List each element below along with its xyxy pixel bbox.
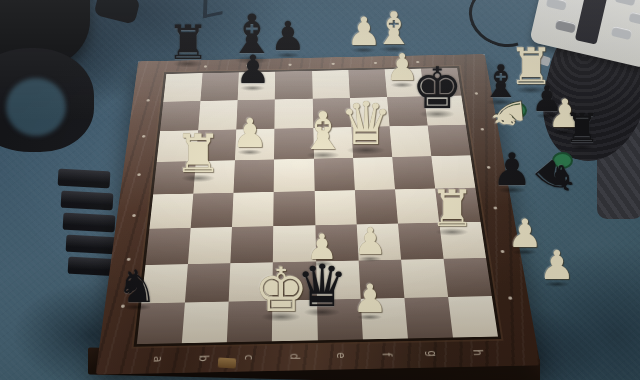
piece-black-pawn-captured: ♟ bbox=[492, 147, 532, 192]
piece-white-pawn-f8[interactable]: ♟ bbox=[347, 12, 382, 51]
piece-white-pawn-captured: ♟ bbox=[508, 214, 543, 253]
piece-black-knight-a1[interactable]: ♞ bbox=[117, 264, 157, 309]
piece-white-knight-captured: ♞ bbox=[487, 94, 530, 133]
knight-glyph: ♞ bbox=[117, 264, 157, 309]
pawn-glyph: ♟ bbox=[232, 113, 268, 153]
king-glyph: ♚ bbox=[254, 259, 309, 320]
pawn-glyph: ♟ bbox=[492, 147, 532, 192]
piece-black-rook-captured: ♜ bbox=[564, 108, 600, 148]
pawn-glyph: ♟ bbox=[353, 279, 388, 318]
piece-white-pawn-c5[interactable]: ♟ bbox=[232, 113, 268, 153]
piece-black-rook-a8[interactable]: ♜ bbox=[167, 19, 209, 66]
rook-glyph: ♜ bbox=[430, 184, 475, 234]
piece-white-bishop-e5[interactable]: ♝ bbox=[300, 105, 347, 157]
rook-glyph: ♜ bbox=[174, 127, 222, 180]
piece-white-rook-h3[interactable]: ♜ bbox=[430, 184, 475, 234]
rook-glyph: ♜ bbox=[564, 108, 600, 148]
pawn-glyph: ♟ bbox=[539, 245, 575, 285]
pieces-layer: ♜♝♟♟♝♟♟♚♟♝♛♜♜♟♟♞♚♛♟♜♝♟♟♞♜♟♞♟♟ bbox=[0, 0, 640, 380]
pawn-glyph: ♟ bbox=[353, 223, 386, 260]
pawn-glyph: ♟ bbox=[508, 214, 543, 253]
tournament-scene: abcdefgh ♜♝♟♟♝♟♟♚♟♝♛♜♜♟♟♞♚♛♟♜♝♟♟♞♜♟♞♟♟ bbox=[0, 0, 640, 380]
piece-black-knight-captured: ♞ bbox=[525, 146, 587, 209]
piece-white-pawn-f2[interactable]: ♟ bbox=[353, 223, 386, 260]
piece-white-king-d1[interactable]: ♚ bbox=[254, 259, 309, 320]
queen-glyph: ♛ bbox=[340, 94, 393, 153]
piece-white-queen-f5[interactable]: ♛ bbox=[340, 94, 393, 153]
pawn-glyph: ♟ bbox=[347, 12, 382, 51]
piece-white-pawn-captured: ♟ bbox=[539, 245, 575, 285]
piece-black-king-h6[interactable]: ♚ bbox=[411, 60, 462, 117]
king-glyph: ♚ bbox=[411, 60, 462, 117]
bishop-glyph: ♝ bbox=[300, 105, 347, 157]
knight-glyph: ♞ bbox=[487, 94, 530, 133]
pawn-glyph: ♟ bbox=[236, 50, 271, 89]
piece-black-pawn-c7[interactable]: ♟ bbox=[236, 50, 271, 89]
rook-glyph: ♜ bbox=[167, 19, 209, 66]
knight-glyph: ♞ bbox=[525, 146, 587, 209]
piece-white-pawn-f1[interactable]: ♟ bbox=[353, 279, 388, 318]
piece-white-rook-b4[interactable]: ♜ bbox=[174, 127, 222, 180]
